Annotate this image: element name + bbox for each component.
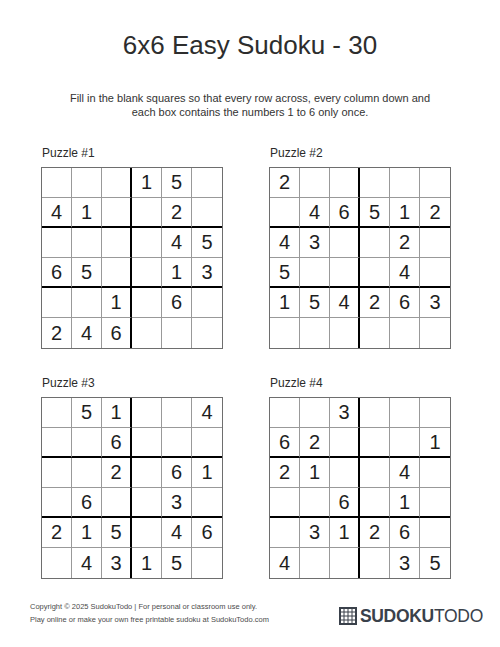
p2-cell-r5c4: 2 (360, 288, 390, 318)
p1-cell-r3c5: 4 (162, 228, 192, 258)
p2-cell-r4c5: 4 (390, 258, 420, 288)
p3-cell-r2c2 (72, 428, 102, 458)
p4-cell-r2c2: 2 (300, 428, 330, 458)
p3-cell-r1c5 (162, 398, 192, 428)
p1-cell-r6c6 (192, 318, 222, 348)
p1-cell-r4c4 (132, 258, 162, 288)
p3-cell-r4c3 (102, 488, 132, 518)
p4-cell-r4c1 (270, 488, 300, 518)
puzzle-1: Puzzle #1 1541245651316246 (41, 146, 231, 349)
p1-cell-r5c1 (42, 288, 72, 318)
p2-cell-r1c5 (390, 168, 420, 198)
p3-cell-r6c4: 1 (132, 548, 162, 578)
puzzle-1-label: Puzzle #1 (42, 146, 231, 160)
p4-cell-r4c4 (360, 488, 390, 518)
p4-cell-r2c3 (330, 428, 360, 458)
p4-cell-r4c6 (420, 488, 450, 518)
p2-cell-r5c1: 1 (270, 288, 300, 318)
puzzle-4: Puzzle #4 3621214613126435 (269, 376, 459, 579)
p2-cell-r1c4 (360, 168, 390, 198)
p2-cell-r4c6 (420, 258, 450, 288)
p4-cell-r1c3: 3 (330, 398, 360, 428)
p2-cell-r5c2: 5 (300, 288, 330, 318)
p4-cell-r1c1 (270, 398, 300, 428)
p3-cell-r2c5 (162, 428, 192, 458)
p2-cell-r2c1 (270, 198, 300, 228)
sudoku-grid-icon (339, 607, 357, 625)
p3-cell-r2c4 (132, 428, 162, 458)
p1-cell-r4c5: 1 (162, 258, 192, 288)
p3-cell-r3c6: 1 (192, 458, 222, 488)
p4-cell-r5c3: 1 (330, 518, 360, 548)
p2-cell-r5c3: 4 (330, 288, 360, 318)
p2-cell-r4c4 (360, 258, 390, 288)
p1-cell-r6c5 (162, 318, 192, 348)
p3-cell-r5c4 (132, 518, 162, 548)
p2-cell-r3c3 (330, 228, 360, 258)
p3-cell-r3c4 (132, 458, 162, 488)
p1-cell-r1c3 (102, 168, 132, 198)
p2-cell-r1c2 (300, 168, 330, 198)
p1-cell-r6c4 (132, 318, 162, 348)
p1-cell-r2c4 (132, 198, 162, 228)
logo-text-sudoku: SUDOKU (360, 606, 434, 626)
p2-cell-r1c1: 2 (270, 168, 300, 198)
p1-cell-r3c2 (72, 228, 102, 258)
p2-cell-r6c1 (270, 318, 300, 348)
p1-cell-r5c6 (192, 288, 222, 318)
p4-cell-r6c4 (360, 548, 390, 578)
p3-cell-r2c3: 6 (102, 428, 132, 458)
p1-cell-r1c2 (72, 168, 102, 198)
p3-cell-r6c3: 3 (102, 548, 132, 578)
p1-cell-r5c2 (72, 288, 102, 318)
p3-cell-r1c2: 5 (72, 398, 102, 428)
p2-cell-r3c6 (420, 228, 450, 258)
sudoku-worksheet-page: 6x6 Easy Sudoku - 30 Fill in the blank s… (0, 0, 500, 647)
p4-cell-r6c6: 5 (420, 548, 450, 578)
p2-cell-r4c1: 5 (270, 258, 300, 288)
p3-cell-r3c2 (72, 458, 102, 488)
p1-cell-r1c5: 5 (162, 168, 192, 198)
p3-cell-r6c2: 4 (72, 548, 102, 578)
p3-cell-r5c3: 5 (102, 518, 132, 548)
p3-cell-r4c2: 6 (72, 488, 102, 518)
p3-cell-r1c4 (132, 398, 162, 428)
p3-cell-r3c5: 6 (162, 458, 192, 488)
footer-site-line: Play online or make your own free printa… (30, 613, 269, 626)
sudoku-board-4: 3621214613126435 (269, 397, 451, 579)
p1-cell-r4c1: 6 (42, 258, 72, 288)
p1-cell-r2c5: 2 (162, 198, 192, 228)
p1-cell-r5c5: 6 (162, 288, 192, 318)
page-title: 6x6 Easy Sudoku - 30 (0, 30, 500, 61)
p4-cell-r2c4 (360, 428, 390, 458)
p4-cell-r3c3 (330, 458, 360, 488)
p1-cell-r3c4 (132, 228, 162, 258)
p2-cell-r2c3: 6 (330, 198, 360, 228)
sudoku-board-3: 514626163215464315 (41, 397, 223, 579)
puzzle-2-label: Puzzle #2 (270, 146, 459, 160)
p2-cell-r3c4 (360, 228, 390, 258)
p2-cell-r2c5: 1 (390, 198, 420, 228)
p4-cell-r3c5: 4 (390, 458, 420, 488)
p1-cell-r5c4 (132, 288, 162, 318)
p4-cell-r5c5: 6 (390, 518, 420, 548)
p4-cell-r2c1: 6 (270, 428, 300, 458)
p3-cell-r5c2: 1 (72, 518, 102, 548)
footer-copyright: Copyright © 2025 SudokuTodo | For person… (30, 600, 269, 626)
logo-text-todo: TODO (434, 606, 483, 626)
p1-cell-r1c1 (42, 168, 72, 198)
p2-cell-r5c6: 3 (420, 288, 450, 318)
p3-cell-r3c3: 2 (102, 458, 132, 488)
p4-cell-r3c6 (420, 458, 450, 488)
p2-cell-r3c2: 3 (300, 228, 330, 258)
p4-cell-r4c3: 6 (330, 488, 360, 518)
p4-cell-r4c5: 1 (390, 488, 420, 518)
p1-cell-r2c2: 1 (72, 198, 102, 228)
p3-cell-r1c1 (42, 398, 72, 428)
instructions-line1: Fill in the blank squares so that every … (0, 91, 500, 105)
p2-cell-r2c4: 5 (360, 198, 390, 228)
p2-cell-r2c6: 2 (420, 198, 450, 228)
p2-cell-r5c5: 6 (390, 288, 420, 318)
p2-cell-r6c2 (300, 318, 330, 348)
p4-cell-r5c6 (420, 518, 450, 548)
p4-cell-r6c3 (330, 548, 360, 578)
puzzle-3: Puzzle #3 514626163215464315 (41, 376, 231, 579)
p3-cell-r6c6 (192, 548, 222, 578)
p1-cell-r3c3 (102, 228, 132, 258)
p4-cell-r1c5 (390, 398, 420, 428)
p1-cell-r2c1: 4 (42, 198, 72, 228)
p4-cell-r6c1: 4 (270, 548, 300, 578)
copyright-line: Copyright © 2025 SudokuTodo | For person… (30, 600, 269, 613)
puzzle-2: Puzzle #2 24651243254154263 (269, 146, 459, 349)
p1-cell-r1c4: 1 (132, 168, 162, 198)
p4-cell-r3c1: 2 (270, 458, 300, 488)
p4-cell-r6c2 (300, 548, 330, 578)
p3-cell-r5c5: 4 (162, 518, 192, 548)
p2-cell-r4c3 (330, 258, 360, 288)
p3-cell-r4c1 (42, 488, 72, 518)
p2-cell-r3c1: 4 (270, 228, 300, 258)
instructions: Fill in the blank squares so that every … (0, 91, 500, 119)
p2-cell-r6c3 (330, 318, 360, 348)
p4-cell-r5c4: 2 (360, 518, 390, 548)
p4-cell-r2c5 (390, 428, 420, 458)
p3-cell-r6c1 (42, 548, 72, 578)
p3-cell-r4c4 (132, 488, 162, 518)
p2-cell-r4c2 (300, 258, 330, 288)
p1-cell-r5c3: 1 (102, 288, 132, 318)
p3-cell-r5c1: 2 (42, 518, 72, 548)
p3-cell-r6c5: 5 (162, 548, 192, 578)
p4-cell-r1c2 (300, 398, 330, 428)
p4-cell-r1c6 (420, 398, 450, 428)
p4-cell-r3c2: 1 (300, 458, 330, 488)
p1-cell-r1c6 (192, 168, 222, 198)
p1-cell-r4c3 (102, 258, 132, 288)
p4-cell-r6c5: 3 (390, 548, 420, 578)
p4-cell-r5c1 (270, 518, 300, 548)
p3-cell-r1c3: 1 (102, 398, 132, 428)
p1-cell-r4c6: 3 (192, 258, 222, 288)
p2-cell-r6c4 (360, 318, 390, 348)
p4-cell-r3c4 (360, 458, 390, 488)
puzzle-3-label: Puzzle #3 (42, 376, 231, 390)
puzzle-4-label: Puzzle #4 (270, 376, 459, 390)
p3-cell-r5c6: 6 (192, 518, 222, 548)
p4-cell-r5c2: 3 (300, 518, 330, 548)
p2-cell-r6c6 (420, 318, 450, 348)
instructions-line2: each box contains the numbers 1 to 6 onl… (0, 105, 500, 119)
logo-text: SUDOKUTODO (360, 606, 483, 627)
p3-cell-r4c6 (192, 488, 222, 518)
p3-cell-r4c5: 3 (162, 488, 192, 518)
p1-cell-r2c3 (102, 198, 132, 228)
p2-cell-r2c2: 4 (300, 198, 330, 228)
p1-cell-r3c1 (42, 228, 72, 258)
sudoku-board-1: 1541245651316246 (41, 167, 223, 349)
p4-cell-r1c4 (360, 398, 390, 428)
p3-cell-r1c6: 4 (192, 398, 222, 428)
p4-cell-r2c6: 1 (420, 428, 450, 458)
p1-cell-r6c3: 6 (102, 318, 132, 348)
sudoku-board-2: 24651243254154263 (269, 167, 451, 349)
p2-cell-r3c5: 2 (390, 228, 420, 258)
p3-cell-r2c1 (42, 428, 72, 458)
p2-cell-r1c3 (330, 168, 360, 198)
p4-cell-r4c2 (300, 488, 330, 518)
p1-cell-r6c1: 2 (42, 318, 72, 348)
p2-cell-r1c6 (420, 168, 450, 198)
p3-cell-r3c1 (42, 458, 72, 488)
p3-cell-r2c6 (192, 428, 222, 458)
p1-cell-r3c6: 5 (192, 228, 222, 258)
sudokutodo-logo: SUDOKUTODO (339, 606, 483, 626)
p1-cell-r2c6 (192, 198, 222, 228)
p2-cell-r6c5 (390, 318, 420, 348)
p1-cell-r6c2: 4 (72, 318, 102, 348)
p1-cell-r4c2: 5 (72, 258, 102, 288)
